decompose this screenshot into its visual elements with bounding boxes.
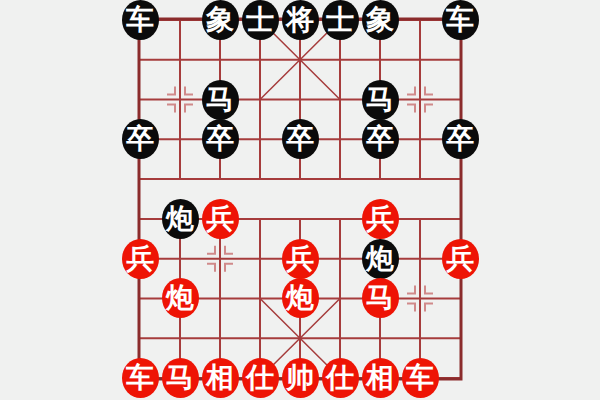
black-elephant[interactable]: 象	[202, 0, 239, 40]
red-chariot[interactable]: 车	[122, 358, 159, 398]
xiangqi-board: 车象士将士象车马马卒卒卒卒卒炮兵兵兵兵炮兵炮炮马车马相仕帅仕相车	[0, 0, 600, 400]
red-elephant[interactable]: 相	[202, 358, 239, 398]
black-cannon[interactable]: 炮	[162, 199, 199, 239]
point-marker	[185, 87, 193, 95]
red-elephant[interactable]: 相	[362, 358, 399, 398]
red-cannon[interactable]: 炮	[282, 278, 319, 318]
point-marker	[167, 87, 175, 95]
point-marker	[185, 105, 193, 113]
black-advisor[interactable]: 士	[242, 0, 279, 40]
black-soldier[interactable]: 卒	[282, 119, 319, 159]
board-grid-lines	[0, 0, 600, 400]
point-marker	[425, 105, 433, 113]
point-marker	[207, 264, 215, 272]
point-marker	[407, 105, 415, 113]
black-soldier[interactable]: 卒	[362, 119, 399, 159]
black-soldier[interactable]: 卒	[442, 119, 479, 159]
red-general[interactable]: 帅	[282, 358, 319, 398]
black-horse[interactable]: 马	[202, 80, 239, 120]
red-cannon[interactable]: 炮	[162, 278, 199, 318]
red-soldier[interactable]: 兵	[122, 239, 159, 279]
black-general[interactable]: 将	[282, 0, 319, 40]
black-elephant[interactable]: 象	[362, 0, 399, 40]
black-cannon[interactable]: 炮	[362, 239, 399, 279]
red-advisor[interactable]: 仕	[242, 358, 279, 398]
red-soldier[interactable]: 兵	[362, 199, 399, 239]
black-chariot[interactable]: 车	[442, 0, 479, 40]
red-soldier[interactable]: 兵	[442, 239, 479, 279]
red-advisor[interactable]: 仕	[322, 358, 359, 398]
point-marker	[407, 87, 415, 95]
point-marker	[425, 285, 433, 293]
red-horse[interactable]: 马	[362, 278, 399, 318]
point-marker	[425, 303, 433, 311]
point-marker	[425, 87, 433, 95]
red-horse[interactable]: 马	[162, 358, 199, 398]
point-marker	[407, 285, 415, 293]
black-soldier[interactable]: 卒	[202, 119, 239, 159]
red-chariot[interactable]: 车	[402, 358, 439, 398]
point-marker	[225, 264, 233, 272]
point-marker	[225, 246, 233, 254]
point-marker	[407, 303, 415, 311]
point-marker	[167, 105, 175, 113]
red-soldier[interactable]: 兵	[202, 199, 239, 239]
black-chariot[interactable]: 车	[122, 0, 159, 40]
black-soldier[interactable]: 卒	[122, 119, 159, 159]
black-horse[interactable]: 马	[362, 80, 399, 120]
red-soldier[interactable]: 兵	[282, 239, 319, 279]
black-advisor[interactable]: 士	[322, 0, 359, 40]
point-marker	[207, 246, 215, 254]
